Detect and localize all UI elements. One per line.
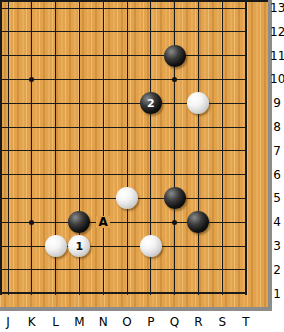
grid-line-row-12: [0, 31, 247, 32]
row-label-8: 8: [270, 118, 284, 136]
column-label-S: S: [212, 313, 232, 331]
go-diagram: 21A JKLMNOPQRST 13121110987654321: [0, 0, 284, 332]
row-label-1: 1: [270, 285, 284, 303]
column-label-L: L: [46, 313, 66, 331]
grid-line-col-S: [222, 0, 223, 295]
board-cut-edge-left: [0, 0, 2, 295]
stone-white-O5[interactable]: [116, 187, 138, 209]
go-board[interactable]: 21A: [0, 0, 272, 311]
star-point-Q10: [172, 77, 177, 82]
row-label-13: 13: [270, 0, 284, 17]
stone-move-number: 1: [76, 241, 84, 252]
column-label-T: T: [236, 313, 256, 331]
grid-line-row-7: [0, 150, 247, 151]
stone-black-Q5[interactable]: [164, 187, 186, 209]
column-label-O: O: [117, 313, 137, 331]
row-label-4: 4: [270, 213, 284, 231]
row-label-11: 11: [270, 47, 284, 65]
row-label-3: 3: [270, 237, 284, 255]
row-label-5: 5: [270, 189, 284, 207]
column-label-R: R: [188, 313, 208, 331]
row-label-12: 12: [270, 23, 284, 41]
grid-line-col-R: [198, 0, 199, 295]
grid-line-col-O: [127, 0, 128, 295]
grid-line-row-13: [0, 8, 247, 9]
column-label-N: N: [93, 313, 113, 331]
column-label-J: J: [0, 313, 18, 331]
stone-black-Q11[interactable]: [164, 45, 186, 67]
star-point-Q4: [172, 220, 177, 225]
row-label-9: 9: [270, 94, 284, 112]
stone-black-P9[interactable]: 2: [140, 92, 162, 114]
grid-line-col-N: [103, 0, 104, 295]
stone-white-M3[interactable]: 1: [68, 235, 90, 257]
row-label-7: 7: [270, 142, 284, 160]
stone-black-R4[interactable]: [187, 211, 209, 233]
star-point-K4: [29, 220, 34, 225]
row-label-10: 10: [270, 70, 284, 88]
stone-white-R9[interactable]: [187, 92, 209, 114]
grid-line-col-J: [8, 0, 9, 295]
stone-white-L3[interactable]: [45, 235, 67, 257]
stone-white-P3[interactable]: [140, 235, 162, 257]
grid-line-row-8: [0, 127, 247, 128]
grid-line-row-6: [0, 174, 247, 175]
star-point-K10: [29, 77, 34, 82]
board-cut-edge-top: [0, 0, 268, 2]
grid-line-row-3: [0, 246, 247, 247]
column-label-P: P: [141, 313, 161, 331]
grid-line-row-2: [0, 269, 247, 270]
column-label-K: K: [22, 313, 42, 331]
grid-line-col-K: [31, 0, 32, 295]
grid-line-row-1: [0, 292, 247, 294]
column-label-Q: Q: [165, 313, 185, 331]
column-label-M: M: [69, 313, 89, 331]
grid-line-col-T: [245, 0, 247, 295]
row-label-6: 6: [270, 166, 284, 184]
grid-line-row-9: [0, 103, 247, 104]
grid-line-row-11: [0, 55, 247, 56]
grid-line-row-10: [0, 79, 247, 80]
point-marker-N4: A: [96, 216, 110, 228]
grid-line-row-4: [0, 222, 247, 223]
row-label-2: 2: [270, 261, 284, 279]
stone-black-M4[interactable]: [68, 211, 90, 233]
stone-move-number: 2: [147, 98, 155, 109]
